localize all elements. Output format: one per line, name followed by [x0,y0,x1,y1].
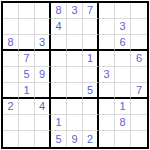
cell-r7c7[interactable] [99,99,115,115]
cell-r1c7[interactable] [99,3,115,19]
cell-r6c3[interactable] [35,83,51,99]
cell-r9c7[interactable] [99,131,115,147]
cell-r3c9[interactable] [131,35,147,51]
given-cell-r5c2[interactable]: 5 [19,67,35,83]
cell-r6c5[interactable] [67,83,83,99]
given-cell-r5c3[interactable]: 9 [35,67,51,83]
given-cell-r7c1[interactable]: 2 [3,99,19,115]
cell-r3c6[interactable] [83,35,99,51]
cell-r7c5[interactable] [67,99,83,115]
given-cell-r1c4[interactable]: 8 [51,3,67,19]
cell-r1c8[interactable] [115,3,131,19]
given-cell-r9c5[interactable]: 9 [67,131,83,147]
cell-r9c9[interactable] [131,131,147,147]
cell-r8c7[interactable] [99,115,115,131]
cell-r8c9[interactable] [131,115,147,131]
cell-r8c2[interactable] [19,115,35,131]
given-cell-r1c5[interactable]: 3 [67,3,83,19]
given-cell-r3c3[interactable]: 3 [35,35,51,51]
cell-r6c7[interactable] [99,83,115,99]
given-cell-r6c9[interactable]: 7 [131,83,147,99]
given-cell-r1c6[interactable]: 7 [83,3,99,19]
given-cell-r2c8[interactable]: 3 [115,19,131,35]
cell-r7c2[interactable] [19,99,35,115]
cell-r1c1[interactable] [3,3,19,19]
given-cell-r6c2[interactable]: 1 [19,83,35,99]
cell-r4c4[interactable] [51,51,67,67]
cell-r2c2[interactable] [19,19,35,35]
cell-r8c1[interactable] [3,115,19,131]
cell-r5c6[interactable] [83,67,99,83]
cell-r6c8[interactable] [115,83,131,99]
cell-r1c2[interactable] [19,3,35,19]
given-cell-r7c3[interactable]: 4 [35,99,51,115]
cell-r2c7[interactable] [99,19,115,35]
cell-r6c1[interactable] [3,83,19,99]
cell-r6c4[interactable] [51,83,67,99]
cell-r7c9[interactable] [131,99,147,115]
given-cell-r8c4[interactable]: 1 [51,115,67,131]
given-cell-r6c6[interactable]: 5 [83,83,99,99]
cell-r8c3[interactable] [35,115,51,131]
given-cell-r3c1[interactable]: 8 [3,35,19,51]
cell-r3c7[interactable] [99,35,115,51]
cell-r2c6[interactable] [83,19,99,35]
cell-r5c5[interactable] [67,67,83,83]
cell-r7c6[interactable] [83,99,99,115]
given-cell-r8c8[interactable]: 8 [115,115,131,131]
cell-r7c4[interactable] [51,99,67,115]
cell-r2c9[interactable] [131,19,147,35]
sudoku-board: 8374383671659315724118592 [1,1,149,149]
cell-r9c3[interactable] [35,131,51,147]
given-cell-r9c4[interactable]: 5 [51,131,67,147]
cell-r2c1[interactable] [3,19,19,35]
cell-r3c4[interactable] [51,35,67,51]
cell-r8c6[interactable] [83,115,99,131]
cell-r8c5[interactable] [67,115,83,131]
cell-r9c8[interactable] [115,131,131,147]
cell-r4c5[interactable] [67,51,83,67]
given-cell-r4c6[interactable]: 1 [83,51,99,67]
given-cell-r9c6[interactable]: 2 [83,131,99,147]
cell-r2c3[interactable] [35,19,51,35]
cell-r5c1[interactable] [3,67,19,83]
given-cell-r2c4[interactable]: 4 [51,19,67,35]
cell-r9c2[interactable] [19,131,35,147]
cell-r4c1[interactable] [3,51,19,67]
cell-r5c8[interactable] [115,67,131,83]
given-cell-r4c2[interactable]: 7 [19,51,35,67]
cell-r9c1[interactable] [3,131,19,147]
given-cell-r5c7[interactable]: 3 [99,67,115,83]
cell-r4c8[interactable] [115,51,131,67]
cell-r3c5[interactable] [67,35,83,51]
cell-r2c5[interactable] [67,19,83,35]
cell-r4c3[interactable] [35,51,51,67]
cell-r1c9[interactable] [131,3,147,19]
cell-r3c2[interactable] [19,35,35,51]
given-cell-r3c8[interactable]: 6 [115,35,131,51]
cell-r4c7[interactable] [99,51,115,67]
given-cell-r4c9[interactable]: 6 [131,51,147,67]
given-cell-r7c8[interactable]: 1 [115,99,131,115]
cell-r1c3[interactable] [35,3,51,19]
cell-r5c4[interactable] [51,67,67,83]
cell-r5c9[interactable] [131,67,147,83]
